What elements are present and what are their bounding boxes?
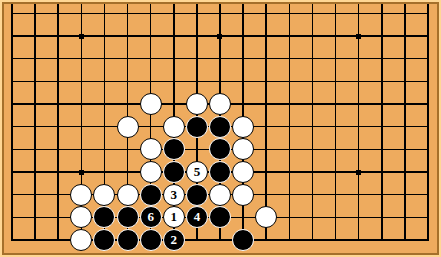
white-stone-numbered: 3 — [163, 184, 185, 206]
black-stone — [186, 184, 208, 206]
grid-line-vertical — [335, 4, 337, 241]
black-stone — [232, 229, 254, 251]
hoshi-point — [217, 34, 222, 39]
black-stone-numbered: 4 — [186, 206, 208, 228]
grid-line-horizontal — [11, 13, 429, 15]
black-stone — [163, 161, 185, 183]
black-stone-numbered: 2 — [163, 229, 185, 251]
white-stone — [70, 206, 92, 228]
white-stone — [186, 93, 208, 115]
grid-line-vertical — [358, 4, 360, 241]
black-stone — [140, 229, 162, 251]
white-stone — [209, 93, 231, 115]
black-stone — [163, 138, 185, 160]
black-stone — [140, 184, 162, 206]
grid-line-horizontal — [11, 81, 429, 83]
white-stone-numbered: 1 — [163, 206, 185, 228]
white-stone — [232, 184, 254, 206]
grid-line-vertical — [57, 4, 59, 241]
white-stone — [232, 161, 254, 183]
white-stone — [232, 138, 254, 160]
grid-line-vertical — [312, 4, 314, 241]
black-stone — [186, 116, 208, 138]
white-stone — [255, 206, 277, 228]
grid-line-vertical — [427, 4, 429, 241]
hoshi-point — [79, 34, 84, 39]
white-stone — [117, 184, 139, 206]
white-stone — [93, 184, 115, 206]
white-stone — [163, 116, 185, 138]
grid-line-vertical — [11, 4, 13, 241]
white-stone — [70, 229, 92, 251]
white-stone — [140, 93, 162, 115]
white-stone — [70, 184, 92, 206]
go-board: 536142 — [0, 0, 441, 257]
black-stone — [209, 138, 231, 160]
black-stone — [117, 206, 139, 228]
black-stone-numbered: 6 — [140, 206, 162, 228]
white-stone — [232, 116, 254, 138]
white-stone — [140, 138, 162, 160]
black-stone — [117, 229, 139, 251]
white-stone-numbered: 5 — [186, 161, 208, 183]
black-stone — [209, 206, 231, 228]
hoshi-point — [356, 170, 361, 175]
white-stone — [117, 116, 139, 138]
white-stone — [140, 161, 162, 183]
grid-line-vertical — [34, 4, 36, 241]
grid-line-vertical — [404, 4, 406, 241]
grid-line-horizontal — [11, 58, 429, 60]
hoshi-point — [356, 34, 361, 39]
black-stone — [209, 116, 231, 138]
goban-grid: 536142 — [0, 0, 441, 257]
black-stone — [93, 229, 115, 251]
black-stone — [93, 206, 115, 228]
hoshi-point — [79, 170, 84, 175]
black-stone — [209, 161, 231, 183]
grid-line-vertical — [289, 4, 291, 241]
white-stone — [209, 184, 231, 206]
grid-line-vertical — [381, 4, 383, 241]
